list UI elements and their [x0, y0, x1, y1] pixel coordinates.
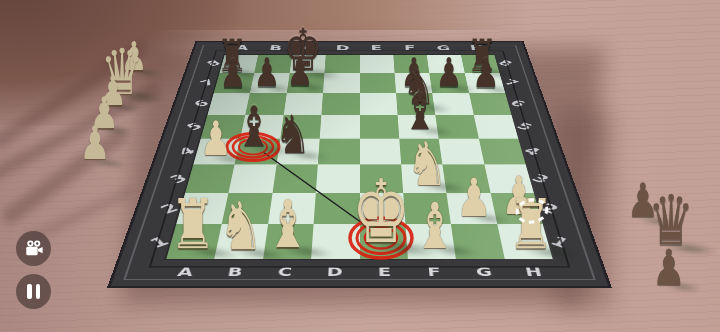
- pause-button[interactable]: [16, 274, 51, 309]
- video-camera-icon: [23, 239, 45, 259]
- square-e8[interactable]: [359, 55, 394, 74]
- file-label-c-bot: C: [259, 265, 310, 278]
- white-bishop-c1[interactable]: ♝: [266, 192, 311, 258]
- file-label-b-bot: B: [208, 265, 260, 278]
- chess-3d-scene: AABBCCDDEEFFGGHH8877665544332211 ♟♜♚♜♟♟♟…: [0, 0, 720, 332]
- file-label-h-bot: H: [507, 265, 560, 278]
- captured-white-pawn: ♟: [79, 121, 110, 167]
- square-d8[interactable]: [324, 55, 359, 74]
- white-rook-h1[interactable]: ♜: [508, 191, 555, 260]
- white-knight-b1[interactable]: ♞: [219, 194, 264, 260]
- file-label-d-bot: D: [309, 265, 359, 278]
- file-label-a-bot: A: [158, 265, 211, 278]
- file-label-g-bot: G: [458, 265, 510, 278]
- square-g1[interactable]: [451, 224, 504, 259]
- black-pawn-b7[interactable]: ♟: [254, 53, 281, 93]
- square-d4[interactable]: [317, 139, 359, 165]
- white-knight-f3[interactable]: ♞: [406, 133, 447, 194]
- file-label-d-top: D: [325, 44, 359, 52]
- file-label-e-bot: E: [359, 265, 409, 278]
- square-e5[interactable]: [359, 115, 399, 139]
- pause-icon: [27, 284, 40, 299]
- captured-black-pawn: ♟: [652, 242, 686, 292]
- file-label-e-top: E: [359, 44, 393, 52]
- square-e6[interactable]: [359, 93, 397, 115]
- black-pawn-c7[interactable]: ♟: [287, 52, 314, 92]
- square-d5[interactable]: [319, 115, 359, 139]
- square-d6[interactable]: [321, 93, 359, 115]
- square-g6[interactable]: [432, 93, 473, 115]
- black-pawn-h7[interactable]: ♟: [472, 53, 500, 94]
- white-king-e1[interactable]: ♚: [351, 170, 410, 257]
- file-label-f-bot: F: [408, 265, 459, 278]
- black-pawn-g7[interactable]: ♟: [436, 53, 463, 93]
- square-d7[interactable]: [323, 73, 359, 93]
- black-pawn-a7[interactable]: ♟: [220, 54, 247, 94]
- black-bishop-b4[interactable]: ♝: [235, 100, 273, 155]
- black-knight-c4[interactable]: ♞: [275, 108, 311, 161]
- square-e4[interactable]: [359, 139, 401, 165]
- square-e7[interactable]: [359, 73, 395, 93]
- white-pawn-g2[interactable]: ♟: [456, 171, 492, 224]
- camera-button[interactable]: [16, 231, 51, 266]
- white-bishop-f1[interactable]: ♝: [413, 193, 456, 256]
- white-rook-a1[interactable]: ♜: [170, 191, 217, 260]
- white-pawn-a4[interactable]: ♟: [200, 116, 232, 164]
